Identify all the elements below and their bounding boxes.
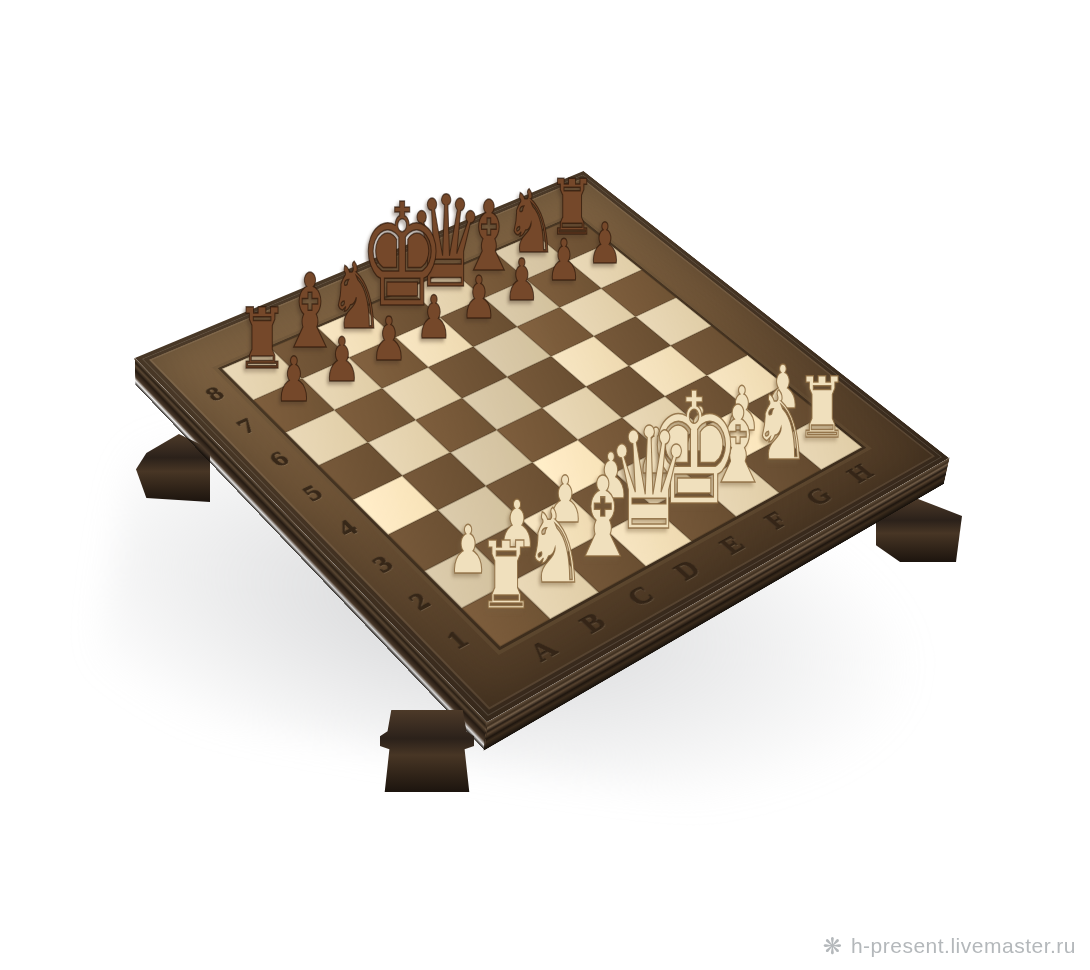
piece-black-pawn[interactable]: ♟ <box>416 289 452 349</box>
piece-black-pawn[interactable]: ♟ <box>275 350 313 412</box>
product-photo-stage: 87654321 ABCDEFGH ♜♝♞♚♛♝♞♜♟♟♟♟♟♟♟♟♟♟♟♟♟♟… <box>0 0 1090 970</box>
square-b4[interactable] <box>402 453 485 511</box>
piece-black-pawn[interactable]: ♟ <box>588 215 622 272</box>
livemaster-rosette-icon: ❋ <box>823 935 842 958</box>
piece-white-rook[interactable]: ♜ <box>478 531 535 624</box>
board-foot-near <box>380 710 474 792</box>
square-a4[interactable] <box>353 476 438 535</box>
square-a6[interactable] <box>286 410 368 465</box>
piece-black-pawn[interactable]: ♟ <box>323 329 360 390</box>
square-a5[interactable] <box>319 442 402 499</box>
rank-label: 5 <box>273 465 353 522</box>
piece-black-pawn[interactable]: ♟ <box>504 251 539 309</box>
watermark: ❋ h-present.livemaster.ru <box>823 934 1076 958</box>
rank-label: 4 <box>307 500 388 558</box>
piece-black-pawn[interactable]: ♟ <box>546 232 581 289</box>
rank-label: 6 <box>240 432 319 487</box>
square-b6[interactable] <box>334 388 415 442</box>
square-c5[interactable] <box>416 398 497 452</box>
square-b5[interactable] <box>368 420 450 476</box>
square-d4[interactable] <box>497 408 578 463</box>
piece-black-pawn[interactable]: ♟ <box>461 269 497 328</box>
watermark-text: h-present.livemaster.ru <box>851 934 1076 958</box>
square-c4[interactable] <box>450 430 532 486</box>
piece-black-pawn[interactable]: ♟ <box>370 308 407 368</box>
